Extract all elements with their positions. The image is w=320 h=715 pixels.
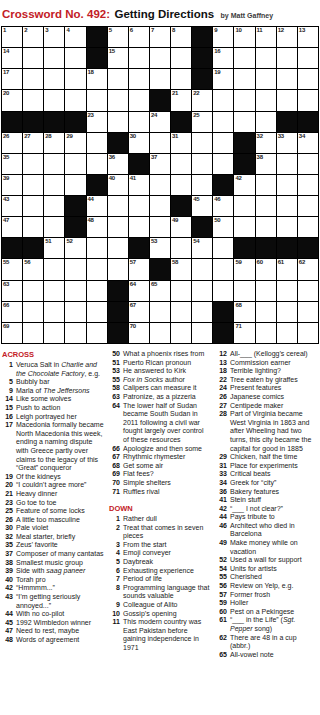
grid-cell-r2c2[interactable] (23, 48, 43, 68)
grid-cell-r14c11-black (213, 302, 233, 322)
grid-cell-r2c9[interactable] (171, 48, 191, 68)
grid-cell-r13c14[interactable] (277, 281, 297, 301)
grid-cell-r5c2-black (23, 112, 43, 132)
grid-cell-r4c7[interactable] (129, 90, 149, 110)
grid-cell-r3c7[interactable] (129, 69, 149, 89)
grid-cell-r9c2[interactable] (23, 196, 43, 216)
grid-cell-r12c15[interactable]: 62 (298, 259, 318, 279)
grid-cell-r3c5[interactable]: 18 (87, 69, 107, 89)
grid-cell-r10c14[interactable] (277, 217, 297, 237)
clue-number: 52 (216, 556, 227, 565)
grid-cell-r10c13[interactable] (256, 217, 276, 237)
across-clue-40: 40Torah pro (2, 576, 104, 585)
down-clue-28: 28Part of Virginia became West Virginia … (216, 410, 318, 453)
grid-cell-r15c15[interactable] (298, 323, 318, 343)
grid-cell-r10c10-black (192, 217, 212, 237)
grid-cell-r11c5[interactable] (87, 238, 107, 258)
cell-number: 18 (88, 69, 94, 76)
clue-text: Marla of The Jeffersons (16, 387, 104, 396)
grid-cell-r12c7[interactable]: 57 (129, 259, 149, 279)
grid-cell-r14c6-black (108, 302, 128, 322)
grid-cell-r1c11[interactable]: 9 (213, 27, 233, 47)
grid-cell-r12c12[interactable]: 59 (234, 259, 254, 279)
grid-cell-r14c14[interactable] (277, 302, 297, 322)
cell-number: 20 (3, 90, 9, 97)
down-clue-1: 1Rather dull (109, 515, 211, 524)
clue-text: Macedonia formally became North Macedoni… (16, 421, 104, 473)
cell-number: 26 (3, 133, 9, 140)
down-clue-2: 2Treat that comes in seven pieces (109, 524, 211, 541)
grid-cell-r9c6[interactable] (108, 196, 128, 216)
grid-cell-r8c7[interactable]: 41 (129, 175, 149, 195)
grid-cell-r10c5[interactable]: 48 (87, 217, 107, 237)
grid-cell-r5c8[interactable]: 24 (150, 112, 170, 132)
grid-cell-r15c12[interactable]: 71 (234, 323, 254, 343)
grid-cell-r15c5[interactable] (87, 323, 107, 343)
grid-cell-r5c1-black (2, 112, 22, 132)
grid-cell-r13c7[interactable]: 64 (129, 281, 149, 301)
grid-cell-r13c3[interactable] (44, 281, 64, 301)
clue-text: Like some wolves (16, 395, 104, 404)
grid-cell-r13c11[interactable] (213, 281, 233, 301)
grid-cell-r4c6[interactable] (108, 90, 128, 110)
grid-cell-r7c3[interactable] (44, 154, 64, 174)
grid-cell-r4c2[interactable] (23, 90, 43, 110)
grid-cell-r6c7[interactable]: 30 (129, 133, 149, 153)
clue-text: Get some air (123, 462, 211, 471)
grid-cell-r14c9[interactable] (171, 302, 191, 322)
cell-number: 25 (193, 112, 199, 119)
grid-cell-r14c1[interactable]: 66 (2, 302, 22, 322)
clue-number: 35 (2, 541, 13, 550)
grid-cell-r2c15[interactable] (298, 48, 318, 68)
clue-number: 29 (216, 453, 227, 462)
grid-cell-r2c4[interactable] (65, 48, 85, 68)
cell-number: 49 (172, 217, 178, 224)
grid-cell-r15c14[interactable] (277, 323, 297, 343)
grid-cell-r4c12[interactable] (234, 90, 254, 110)
grid-cell-r8c8[interactable] (150, 175, 170, 195)
clue-text: Present features (230, 384, 318, 393)
cell-number: 16 (214, 48, 220, 55)
down-clue-60: 60Pest on a Pekingese (216, 608, 318, 617)
grid-cell-r7c1[interactable]: 35 (2, 154, 22, 174)
across-clue-26: 26A little too masculine (2, 516, 104, 525)
grid-cell-r5c11[interactable] (213, 112, 233, 132)
grid-cell-r3c11[interactable]: 19 (213, 69, 233, 89)
grid-cell-r7c13[interactable]: 38 (256, 154, 276, 174)
grid-cell-r15c13[interactable] (256, 323, 276, 343)
grid-cell-r4c11[interactable] (213, 90, 233, 110)
grid-cell-r15c4[interactable] (65, 323, 85, 343)
clue-number: 45 (2, 619, 13, 628)
clue-number: 63 (109, 393, 120, 402)
across-clue-64: 64The lower half of Sudan became South S… (109, 402, 211, 445)
across-clue-71: 71Ruffles rival (109, 488, 211, 497)
grid-cell-r15c10[interactable] (192, 323, 212, 343)
grid-cell-r12c13[interactable]: 60 (256, 259, 276, 279)
grid-cell-r13c5[interactable] (87, 281, 107, 301)
clue-text: Tree eaten by giraffes (230, 376, 318, 385)
grid-cell-r12c9[interactable]: 58 (171, 259, 191, 279)
down-clue-36: 36Bakery features (216, 488, 318, 497)
clue-number: 7 (109, 575, 120, 584)
grid-cell-r14c12[interactable]: 68 (234, 302, 254, 322)
grid-cell-r9c12[interactable] (234, 196, 254, 216)
grid-cell-r5c10[interactable]: 25 (192, 112, 212, 132)
down-clue-54: 54Units for artists (216, 565, 318, 574)
across-clue-1: 1Veruca Salt in Charlie and the Chocolat… (2, 361, 104, 378)
grid-cell-r2c3[interactable] (44, 48, 64, 68)
grid-cell-r6c3[interactable]: 28 (44, 133, 64, 153)
across-clue-25: 25Feature of some locks (2, 507, 104, 516)
grid-cell-r5c12[interactable] (234, 112, 254, 132)
grid-cell-r1c13[interactable]: 11 (256, 27, 276, 47)
grid-cell-r5c5[interactable]: 23 (87, 112, 107, 132)
grid-cell-r6c8[interactable] (150, 133, 170, 153)
clue-number: 69 (109, 470, 120, 479)
grid-cell-r3c4[interactable] (65, 69, 85, 89)
grid-cell-r13c1[interactable]: 63 (2, 281, 22, 301)
grid-cell-r12c14[interactable]: 61 (277, 259, 297, 279)
cell-number: 58 (172, 259, 178, 266)
grid-cell-r10c9[interactable]: 49 (171, 217, 191, 237)
across-clue-48: 48Words of agreement (2, 636, 104, 645)
grid-cell-r11c6[interactable] (108, 238, 128, 258)
across-clue-58: 58Calipers can measure it (109, 384, 211, 393)
grid-cell-r7c10[interactable] (192, 154, 212, 174)
down-clue-34: 34Greek for “city” (216, 479, 318, 488)
grid-cell-r13c4[interactable] (65, 281, 85, 301)
grid-cell-r12c5[interactable] (87, 259, 107, 279)
clue-text: Chicken, half the time (230, 453, 318, 462)
clue-text: Units for artists (230, 565, 318, 574)
grid-cell-r6c6-black (108, 133, 128, 153)
grid-cell-r6c13[interactable]: 32 (256, 133, 276, 153)
grid-cell-r3c3[interactable] (44, 69, 64, 89)
across-header: ACROSS (2, 350, 104, 359)
grid-cell-r11c9[interactable] (171, 238, 191, 258)
grid-cell-r12c4[interactable] (65, 259, 85, 279)
grid-cell-r9c13[interactable] (256, 196, 276, 216)
grid-cell-r8c6[interactable]: 40 (108, 175, 128, 195)
across-clue-53: 53He answered to Kirk (109, 367, 211, 376)
grid-cell-r6c10[interactable] (192, 133, 212, 153)
grid-cell-r2c8[interactable] (150, 48, 170, 68)
clue-number: 1 (109, 515, 120, 524)
across-clue-38: 38Smallest music group (2, 559, 104, 568)
grid-cell-r12c11[interactable] (213, 259, 233, 279)
grid-cell-r10c6[interactable] (108, 217, 128, 237)
grid-cell-r1c7[interactable]: 6 (129, 27, 149, 47)
clue-text: Commission earner (230, 359, 318, 368)
grid-cell-r1c6[interactable]: 5 (108, 27, 128, 47)
grid-cell-r12c1[interactable]: 55 (2, 259, 22, 279)
clue-text: Calipers can measure it (123, 384, 211, 393)
grid-cell-r2c12[interactable] (234, 48, 254, 68)
grid-cell-r7c9[interactable] (171, 154, 191, 174)
grid-cell-r9c10[interactable]: 45 (192, 196, 212, 216)
cell-number: 27 (24, 133, 30, 140)
cell-number: 5 (109, 27, 112, 34)
grid-cell-r6c9[interactable]: 31 (171, 133, 191, 153)
down-clue-12: 12All-___ (Kellogg’s cereal) (216, 350, 318, 359)
grid-cell-r6c11[interactable] (213, 133, 233, 153)
grid-cell-r1c9[interactable]: 8 (171, 27, 191, 47)
grid-cell-r14c8[interactable] (150, 302, 170, 322)
across-clue-42: 42“Hmmmm...” (2, 584, 104, 593)
grid-cell-r3c2[interactable] (23, 69, 43, 89)
grid-cell-r8c12[interactable]: 42 (234, 175, 254, 195)
cell-number: 24 (151, 112, 157, 119)
grid-cell-r6c15[interactable]: 34 (298, 133, 318, 153)
grid-cell-r8c2[interactable] (23, 175, 43, 195)
across-clue-43: 43“I’m getting seriously annoyed...” (2, 593, 104, 610)
grid-cell-r9c8[interactable] (150, 196, 170, 216)
clue-text: Veruca Salt in Charlie and the Chocolate… (16, 361, 104, 378)
grid-cell-r4c13[interactable] (256, 90, 276, 110)
grid-cell-r5c7[interactable] (129, 112, 149, 132)
grid-cell-r3c1[interactable]: 17 (2, 69, 22, 89)
grid-cell-r13c13[interactable] (256, 281, 276, 301)
clue-text: Rather dull (123, 515, 211, 524)
cell-number: 52 (66, 238, 72, 245)
clue-number: 20 (2, 481, 13, 490)
grid-cell-r5c3-black (44, 112, 64, 132)
grid-cell-r14c5[interactable] (87, 302, 107, 322)
down-clue-41: 41Stein stuff (216, 496, 318, 505)
grid-cell-r7c8[interactable]: 37 (150, 154, 170, 174)
grid-cell-r13c2[interactable] (23, 281, 43, 301)
clue-number: 9 (2, 387, 13, 396)
grid-cell-r10c12[interactable] (234, 217, 254, 237)
grid-cell-r8c14[interactable] (277, 175, 297, 195)
grid-cell-r9c1[interactable]: 43 (2, 196, 22, 216)
grid-cell-r2c6[interactable]: 15 (108, 48, 128, 68)
grid-cell-r5c6[interactable] (108, 112, 128, 132)
grid-cell-r2c7[interactable] (129, 48, 149, 68)
grid-cell-r6c14[interactable]: 33 (277, 133, 297, 153)
clue-text: Greek for “city” (230, 479, 318, 488)
grid-cell-r3c9[interactable] (171, 69, 191, 89)
grid-cell-r4c4[interactable] (65, 90, 85, 110)
cell-number: 35 (3, 154, 9, 161)
grid-cell-r11c4[interactable]: 52 (65, 238, 85, 258)
grid-cell-r8c9[interactable] (171, 175, 191, 195)
cell-number: 31 (172, 133, 178, 140)
across-clue-19: 19Of the kidneys (2, 473, 104, 482)
grid-cell-r7c12-black (234, 154, 254, 174)
grid-cell-r15c3[interactable] (44, 323, 64, 343)
grid-cell-r13c15[interactable] (298, 281, 318, 301)
grid-cell-r14c15[interactable] (298, 302, 318, 322)
grid-cell-r3c8[interactable] (150, 69, 170, 89)
grid-cell-r8c15[interactable] (298, 175, 318, 195)
grid-cell-r4c14[interactable] (277, 90, 297, 110)
grid-cell-r10c1[interactable]: 47 (2, 217, 22, 237)
grid-cell-r4c9[interactable]: 21 (171, 90, 191, 110)
cell-number: 45 (193, 196, 199, 203)
across-clue-30: 30Pale violet (2, 524, 104, 533)
grid-cell-r7c15[interactable] (298, 154, 318, 174)
cell-number: 6 (130, 27, 133, 34)
clue-text: This modern country was East Pakistan be… (123, 618, 211, 652)
grid-cell-r8c3[interactable] (44, 175, 64, 195)
grid-cell-r14c4[interactable] (65, 302, 85, 322)
cell-number: 62 (299, 259, 305, 266)
grid-cell-r15c8[interactable] (150, 323, 170, 343)
grid-wrapper: 1234567891011121314151617181920212223242… (1, 26, 319, 344)
clue-text: Apologize and then some (123, 445, 211, 454)
grid-cell-r4c1[interactable]: 20 (2, 90, 22, 110)
clue-text: Torah pro (16, 576, 104, 585)
grid-cell-r12c2[interactable]: 56 (23, 259, 43, 279)
grid-cell-r11c11[interactable] (213, 238, 233, 258)
grid-cell-r5c13[interactable] (256, 112, 276, 132)
grid-cell-r1c1[interactable]: 1 (2, 27, 22, 47)
down-clue-27: 27Centipede maker (216, 402, 318, 411)
cell-number: 41 (130, 175, 136, 182)
grid-cell-r3c6[interactable] (108, 69, 128, 89)
clue-number: 42 (2, 584, 13, 593)
across-clue-50: 50What a phoenix rises from (109, 350, 211, 359)
grid-cell-r7c2[interactable] (23, 154, 43, 174)
grid-cell-r15c9[interactable] (171, 323, 191, 343)
grid-cell-r2c1[interactable]: 14 (2, 48, 22, 68)
grid-cell-r13c12[interactable] (234, 281, 254, 301)
grid-cell-r8c13[interactable] (256, 175, 276, 195)
clue-text: Pest on a Pekingese (230, 608, 318, 617)
grid-cell-r12c3[interactable] (44, 259, 64, 279)
clue-text: A little too masculine (16, 516, 104, 525)
grid-cell-r12c6[interactable] (108, 259, 128, 279)
grid-cell-r6c5[interactable] (87, 133, 107, 153)
grid-cell-r13c8[interactable]: 65 (150, 281, 170, 301)
grid-cell-r11c13-black (256, 238, 276, 258)
cell-number: 13 (299, 27, 305, 34)
grid-cell-r14c2[interactable] (23, 302, 43, 322)
grid-cell-r15c2[interactable] (23, 323, 43, 343)
cell-number: 60 (257, 259, 263, 266)
grid-cell-r4c5[interactable] (87, 90, 107, 110)
grid-cell-r9c3[interactable] (44, 196, 64, 216)
grid-cell-r6c2[interactable]: 27 (23, 133, 43, 153)
clue-text: Review on Yelp, e.g. (230, 582, 318, 591)
grid-cell-r1c2[interactable]: 2 (23, 27, 43, 47)
grid-cell-r10c11[interactable]: 50 (213, 217, 233, 237)
grid-cell-r3c12[interactable] (234, 69, 254, 89)
across-clue-39: 39Side with saag paneer (2, 567, 104, 576)
grid-cell-r1c4[interactable]: 4 (65, 27, 85, 47)
grid-cell-r1c3[interactable]: 3 (44, 27, 64, 47)
grid-cell-r5c14-black (277, 112, 297, 132)
grid-cell-r4c15[interactable] (298, 90, 318, 110)
down-clue-62: 62There are 48 in a cup (abbr.) (216, 634, 318, 651)
clue-number: 13 (216, 359, 227, 368)
grid-cell-r13c9[interactable] (171, 281, 191, 301)
grid-cell-r8c10[interactable] (192, 175, 212, 195)
grid-cell-r10c3[interactable] (44, 217, 64, 237)
clue-text: Puerto Rican pronoun (123, 359, 211, 368)
grid-cell-r10c7[interactable] (129, 217, 149, 237)
down-clue-61: 61“___ in the Life” (Sgt. Pepper song) (216, 616, 318, 633)
clue-text: Bakery features (230, 488, 318, 497)
clue-number: 24 (216, 384, 227, 393)
grid-cell-r9c15[interactable] (298, 196, 318, 216)
grid-cell-r14c10[interactable] (192, 302, 212, 322)
clue-text: Ruffles rival (123, 488, 211, 497)
clue-text: Flat fees? (123, 470, 211, 479)
grid-cell-r1c8[interactable]: 7 (150, 27, 170, 47)
clue-number: 17 (2, 421, 13, 473)
grid-cell-r15c7[interactable]: 70 (129, 323, 149, 343)
grid-cell-r14c13[interactable] (256, 302, 276, 322)
grid-cell-r9c14[interactable] (277, 196, 297, 216)
grid-cell-r4c3[interactable] (44, 90, 64, 110)
grid-cell-r10c8[interactable] (150, 217, 170, 237)
grid-cell-r3c13[interactable] (256, 69, 276, 89)
grid-cell-r7c14[interactable] (277, 154, 297, 174)
grid-cell-r5c9-black (171, 112, 191, 132)
grid-cell-r1c14[interactable]: 12 (277, 27, 297, 47)
clue-text: Simple shelters (123, 479, 211, 488)
grid-cell-r8c1[interactable]: 39 (2, 175, 22, 195)
grid-cell-r9c5[interactable]: 44 (87, 196, 107, 216)
grid-cell-r11c10[interactable]: 54 (192, 238, 212, 258)
grid-cell-r4c10[interactable]: 22 (192, 90, 212, 110)
clue-text: Place for experiments (230, 462, 318, 471)
grid-cell-r11c8[interactable]: 53 (150, 238, 170, 258)
clue-text: Colleague of Alito (123, 601, 211, 610)
grid-cell-r14c7[interactable]: 67 (129, 302, 149, 322)
grid-cell-r8c4[interactable] (65, 175, 85, 195)
grid-cell-r7c6[interactable]: 36 (108, 154, 128, 174)
across-clue-16: 16Leigh portrayed her (2, 413, 104, 422)
grid-cell-r10c15[interactable] (298, 217, 318, 237)
grid-cell-r7c11[interactable] (213, 154, 233, 174)
clue-text: Patronize, as a pizzeria (123, 393, 211, 402)
grid-cell-r3c14[interactable] (277, 69, 297, 89)
cell-number: 46 (214, 196, 220, 203)
grid-cell-r6c1[interactable]: 26 (2, 133, 22, 153)
grid-cell-r2c13[interactable] (256, 48, 276, 68)
grid-cell-r9c7[interactable] (129, 196, 149, 216)
grid-cell-r1c12[interactable]: 10 (234, 27, 254, 47)
grid-cell-r15c1[interactable]: 69 (2, 323, 22, 343)
grid-cell-r13c10[interactable] (192, 281, 212, 301)
grid-cell-r7c4[interactable] (65, 154, 85, 174)
grid-cell-r6c4[interactable]: 29 (65, 133, 85, 153)
grid-cell-r7c5[interactable] (87, 154, 107, 174)
grid-cell-r8c11-black (213, 175, 233, 195)
grid-cell-r5c15-black (298, 112, 318, 132)
grid-cell-r12c10[interactable] (192, 259, 212, 279)
grid-cell-r11c3[interactable]: 51 (44, 238, 64, 258)
grid-cell-r1c15[interactable]: 13 (298, 27, 318, 47)
grid-cell-r9c11[interactable]: 46 (213, 196, 233, 216)
grid-cell-r3c15[interactable] (298, 69, 318, 89)
clue-number: 51 (109, 359, 120, 368)
grid-cell-r2c11[interactable]: 16 (213, 48, 233, 68)
clue-text: Words of agreement (16, 636, 104, 645)
clue-number: 46 (216, 522, 227, 539)
grid-cell-r2c14[interactable] (277, 48, 297, 68)
grid-cell-r11c12-black (234, 238, 254, 258)
grid-cell-r14c3[interactable] (44, 302, 64, 322)
cell-number: 11 (257, 27, 263, 34)
clue-number: 31 (216, 462, 227, 471)
grid-cell-r10c2[interactable] (23, 217, 43, 237)
